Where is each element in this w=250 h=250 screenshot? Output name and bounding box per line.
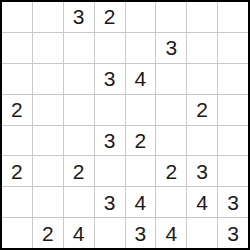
- cell-r2c4[interactable]: [95, 33, 125, 63]
- cell-r1c2[interactable]: [33, 2, 63, 32]
- cell-r7c4: 3: [95, 187, 125, 217]
- cell-r6c7: 3: [187, 156, 217, 186]
- cell-r5c1[interactable]: [2, 126, 32, 156]
- cell-r3c3[interactable]: [64, 64, 94, 94]
- cell-r3c8[interactable]: [218, 64, 248, 94]
- cell-r1c5[interactable]: [126, 2, 156, 32]
- cell-r2c2[interactable]: [33, 33, 63, 63]
- cell-r5c5: 2: [126, 126, 156, 156]
- cell-r6c2[interactable]: [33, 156, 63, 186]
- cell-r6c6: 2: [156, 156, 186, 186]
- cell-r4c4[interactable]: [95, 95, 125, 125]
- cell-r2c1[interactable]: [2, 33, 32, 63]
- cell-r1c4: 2: [95, 2, 125, 32]
- cell-r7c8: 3: [218, 187, 248, 217]
- cell-r4c5[interactable]: [126, 95, 156, 125]
- cell-r7c2[interactable]: [33, 187, 63, 217]
- cell-r6c3: 2: [64, 156, 94, 186]
- cell-r2c5[interactable]: [126, 33, 156, 63]
- cell-r5c8[interactable]: [218, 126, 248, 156]
- cell-r5c2[interactable]: [33, 126, 63, 156]
- cell-r6c5[interactable]: [126, 156, 156, 186]
- cell-r8c7[interactable]: [187, 218, 217, 248]
- cell-r2c7[interactable]: [187, 33, 217, 63]
- cell-r7c1[interactable]: [2, 187, 32, 217]
- cell-r7c5: 4: [126, 187, 156, 217]
- cell-r8c4[interactable]: [95, 218, 125, 248]
- cell-r3c5: 4: [126, 64, 156, 94]
- cell-r4c2[interactable]: [33, 95, 63, 125]
- cell-r7c3[interactable]: [64, 187, 94, 217]
- cell-r7c7: 4: [187, 187, 217, 217]
- cell-r1c1[interactable]: [2, 2, 32, 32]
- cell-r1c3: 3: [64, 2, 94, 32]
- cell-r3c2[interactable]: [33, 64, 63, 94]
- cell-r8c3: 4: [64, 218, 94, 248]
- cell-r2c6: 3: [156, 33, 186, 63]
- puzzle-board: 3233422322223344324343: [0, 0, 250, 250]
- cell-r4c8[interactable]: [218, 95, 248, 125]
- cell-r1c6[interactable]: [156, 2, 186, 32]
- cell-r8c5: 3: [126, 218, 156, 248]
- cell-r3c7[interactable]: [187, 64, 217, 94]
- cell-r6c1: 2: [2, 156, 32, 186]
- cell-r4c7: 2: [187, 95, 217, 125]
- cell-r7c6[interactable]: [156, 187, 186, 217]
- cell-r3c1[interactable]: [2, 64, 32, 94]
- cell-r5c6[interactable]: [156, 126, 186, 156]
- cell-r4c3[interactable]: [64, 95, 94, 125]
- cell-r4c1: 2: [2, 95, 32, 125]
- cell-r8c1[interactable]: [2, 218, 32, 248]
- cell-r8c8: 3: [218, 218, 248, 248]
- cell-r5c3[interactable]: [64, 126, 94, 156]
- cell-r6c8[interactable]: [218, 156, 248, 186]
- cell-r2c8[interactable]: [218, 33, 248, 63]
- cell-r8c6: 4: [156, 218, 186, 248]
- cell-r5c4: 3: [95, 126, 125, 156]
- cell-r8c2: 2: [33, 218, 63, 248]
- cell-r5c7[interactable]: [187, 126, 217, 156]
- cell-r6c4[interactable]: [95, 156, 125, 186]
- cell-r3c6[interactable]: [156, 64, 186, 94]
- cell-r2c3[interactable]: [64, 33, 94, 63]
- cell-r3c4: 3: [95, 64, 125, 94]
- cell-r1c8[interactable]: [218, 2, 248, 32]
- cell-r4c6[interactable]: [156, 95, 186, 125]
- cell-r1c7[interactable]: [187, 2, 217, 32]
